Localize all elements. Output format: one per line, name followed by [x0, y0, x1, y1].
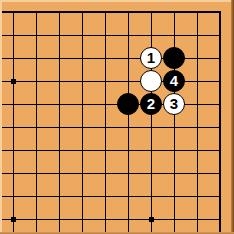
grid-line-v [197, 11, 198, 232]
grid-line-v [128, 11, 129, 232]
grid-line-v [105, 11, 106, 232]
grid-line-h [2, 219, 221, 220]
grid-line-h [2, 150, 221, 151]
frame-edge-right [231, 0, 234, 234]
stone-black-2: 2 [140, 93, 162, 115]
grid-line-h [2, 127, 221, 128]
stone-white-3: 3 [163, 93, 185, 115]
grid-line-v [59, 11, 60, 232]
grid-line-v [219, 11, 221, 232]
grid-line-h [2, 173, 221, 174]
go-board-diagram: 1423 [0, 0, 234, 234]
grid-line-h [2, 35, 221, 36]
grid-line-h [2, 196, 221, 197]
hoshi-point [149, 217, 154, 222]
frame-edge-top [0, 0, 234, 2]
grid-line-v [82, 11, 83, 232]
frame-edge-bottom [0, 232, 234, 234]
grid-line-h [2, 104, 221, 105]
stone-white-1: 1 [140, 47, 162, 69]
frame-edge-left [0, 0, 2, 234]
grid-line-v [151, 11, 152, 232]
hoshi-point [11, 217, 16, 222]
stone-black-4: 4 [163, 70, 185, 92]
grid-line-h [2, 11, 221, 13]
grid-line-h [2, 58, 221, 59]
hoshi-point [11, 79, 16, 84]
stone-black [163, 47, 185, 69]
grid-line-v [174, 11, 175, 232]
stone-white [140, 70, 162, 92]
grid-line-h [2, 81, 221, 82]
grid-line-v [13, 11, 14, 232]
stone-black [117, 93, 139, 115]
grid-line-v [36, 11, 37, 232]
